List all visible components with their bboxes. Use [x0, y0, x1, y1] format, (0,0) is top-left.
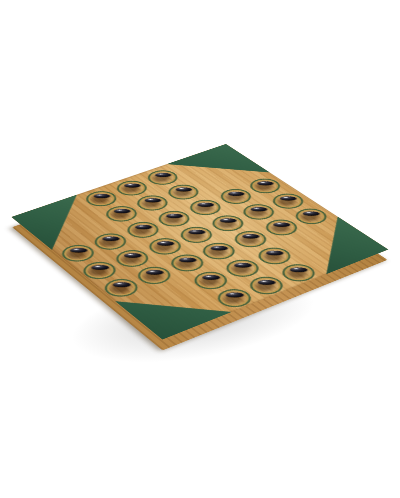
- hole-ring: [175, 223, 218, 245]
- hole-ring: [237, 201, 280, 222]
- black-marble[interactable]: [103, 236, 120, 241]
- hole-ring: [132, 263, 177, 287]
- hole-ring: [220, 256, 265, 280]
- hole-ring: [112, 178, 153, 198]
- hole-ring: [267, 190, 309, 211]
- black-marble[interactable]: [266, 251, 284, 256]
- black-marble[interactable]: [211, 246, 228, 251]
- hole-ring: [110, 247, 154, 270]
- black-marble[interactable]: [280, 196, 297, 200]
- black-marble[interactable]: [290, 267, 308, 272]
- hole-ring: [163, 182, 205, 203]
- black-marble[interactable]: [124, 253, 142, 258]
- black-marble[interactable]: [146, 270, 164, 275]
- black-marble[interactable]: [226, 293, 244, 298]
- hole-ring: [80, 188, 122, 209]
- hole-ring: [101, 203, 143, 224]
- hole-ring: [290, 206, 333, 228]
- hole-ring: [252, 244, 296, 267]
- hole-ring: [184, 197, 226, 218]
- hole-ring: [229, 228, 273, 251]
- black-marble[interactable]: [242, 234, 259, 239]
- black-marble[interactable]: [157, 241, 174, 246]
- product-photo: [0, 0, 400, 498]
- hole-ring: [121, 219, 164, 241]
- black-marble[interactable]: [91, 265, 109, 270]
- hole-ring: [197, 240, 241, 263]
- hole-ring: [188, 268, 233, 292]
- hole-ring: [89, 230, 132, 253]
- hole-ring: [244, 176, 286, 196]
- black-marble[interactable]: [202, 275, 220, 280]
- hole-ring: [142, 167, 183, 187]
- black-marble[interactable]: [234, 263, 252, 268]
- hole-ring: [153, 208, 196, 230]
- black-marble[interactable]: [113, 282, 131, 287]
- hole-ring: [260, 217, 303, 239]
- hole-ring: [143, 235, 187, 258]
- black-marble[interactable]: [258, 280, 276, 285]
- hole-ring: [165, 251, 209, 275]
- hole-ring: [132, 193, 174, 214]
- black-marble[interactable]: [179, 258, 196, 263]
- black-marble[interactable]: [188, 229, 205, 233]
- black-marble[interactable]: [70, 248, 88, 253]
- hole-ring: [206, 212, 249, 234]
- hole-ring: [215, 186, 257, 207]
